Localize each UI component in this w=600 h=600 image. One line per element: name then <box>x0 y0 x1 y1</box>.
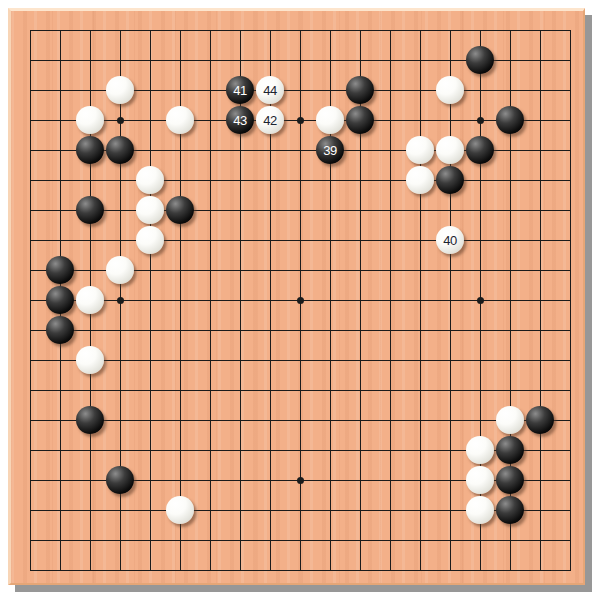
grid-line-horizontal <box>30 390 571 391</box>
black-stone <box>346 106 374 134</box>
grid-line-vertical <box>450 30 451 571</box>
white-stone <box>76 286 104 314</box>
star-point <box>117 297 124 304</box>
white-stone-move-40: 40 <box>436 226 464 254</box>
grid-line-vertical <box>570 30 571 571</box>
white-stone-move-42: 42 <box>256 106 284 134</box>
white-stone-move-44: 44 <box>256 76 284 104</box>
white-stone <box>466 436 494 464</box>
white-stone <box>136 196 164 224</box>
black-stone <box>466 136 494 164</box>
black-stone <box>166 196 194 224</box>
move-number-label: 41 <box>233 84 246 97</box>
star-point <box>117 117 124 124</box>
black-stone <box>346 76 374 104</box>
white-stone <box>496 406 524 434</box>
black-stone <box>466 46 494 74</box>
move-number-label: 42 <box>263 114 276 127</box>
black-stone <box>106 136 134 164</box>
grid-line-vertical <box>540 30 541 571</box>
move-number-label: 43 <box>233 114 246 127</box>
black-stone <box>496 496 524 524</box>
board-grid[interactable]: 414443423940 <box>0 0 600 600</box>
white-stone <box>436 76 464 104</box>
grid-line-horizontal <box>30 360 571 361</box>
white-stone <box>166 496 194 524</box>
grid-line-horizontal <box>30 420 571 421</box>
black-stone <box>436 166 464 194</box>
black-stone <box>106 466 134 494</box>
move-number-label: 39 <box>323 144 336 157</box>
white-stone <box>136 166 164 194</box>
white-stone <box>166 106 194 134</box>
black-stone <box>46 316 74 344</box>
black-stone <box>76 406 104 434</box>
black-stone <box>76 136 104 164</box>
star-point <box>297 117 304 124</box>
black-stone <box>496 466 524 494</box>
white-stone <box>106 256 134 284</box>
white-stone <box>406 166 434 194</box>
white-stone <box>76 106 104 134</box>
grid-line-vertical <box>390 30 391 571</box>
star-point <box>477 297 484 304</box>
grid-line-horizontal <box>30 540 571 541</box>
page: 414443423940 <box>0 0 600 600</box>
black-stone-move-43: 43 <box>226 106 254 134</box>
black-stone-move-41: 41 <box>226 76 254 104</box>
grid-line-vertical <box>420 30 421 571</box>
star-point <box>477 117 484 124</box>
black-stone <box>526 406 554 434</box>
white-stone <box>136 226 164 254</box>
white-stone <box>466 466 494 494</box>
black-stone <box>496 106 524 134</box>
black-stone-move-39: 39 <box>316 136 344 164</box>
white-stone <box>76 346 104 374</box>
white-stone <box>406 136 434 164</box>
star-point <box>297 297 304 304</box>
white-stone <box>316 106 344 134</box>
white-stone <box>436 136 464 164</box>
black-stone <box>76 196 104 224</box>
grid-line-horizontal <box>30 330 571 331</box>
star-point <box>297 477 304 484</box>
black-stone <box>46 286 74 314</box>
white-stone <box>106 76 134 104</box>
black-stone <box>46 256 74 284</box>
move-number-label: 40 <box>443 234 456 247</box>
black-stone <box>496 436 524 464</box>
move-number-label: 44 <box>263 84 276 97</box>
white-stone <box>466 496 494 524</box>
grid-line-horizontal <box>30 570 571 571</box>
